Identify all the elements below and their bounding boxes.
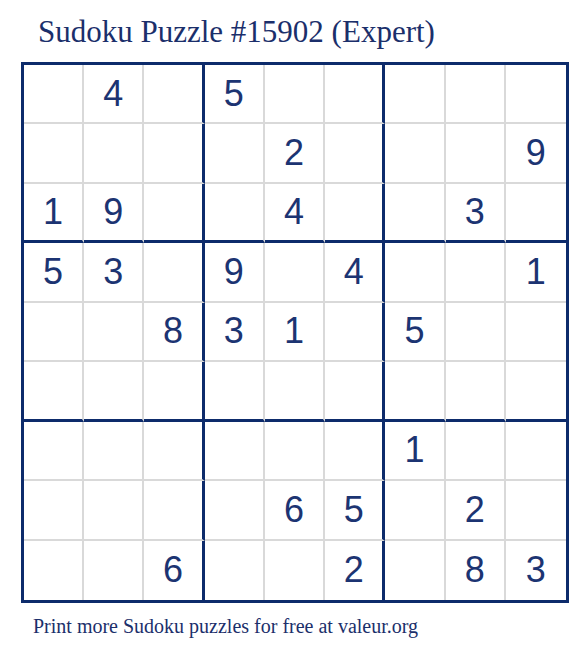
sudoku-cell-r5c9[interactable] xyxy=(506,303,566,362)
sudoku-cell-r7c8[interactable] xyxy=(446,422,506,481)
sudoku-cell-r2c3[interactable] xyxy=(144,124,204,183)
sudoku-cell-r8c4[interactable] xyxy=(205,481,265,540)
sudoku-cell-r9c6[interactable]: 2 xyxy=(325,541,385,600)
sudoku-cell-r7c9[interactable] xyxy=(506,422,566,481)
sudoku-cell-r2c5[interactable]: 2 xyxy=(265,124,325,183)
sudoku-cell-r9c1[interactable] xyxy=(24,541,84,600)
sudoku-cell-r3c1[interactable]: 1 xyxy=(24,184,84,243)
sudoku-cell-r2c1[interactable] xyxy=(24,124,84,183)
sudoku-cell-r4c8[interactable] xyxy=(446,243,506,302)
sudoku-grid: 4529194353941831516526283 xyxy=(21,62,569,603)
sudoku-cell-r8c5[interactable]: 6 xyxy=(265,481,325,540)
sudoku-cell-r6c9[interactable] xyxy=(506,362,566,421)
sudoku-cell-r4c4[interactable]: 9 xyxy=(205,243,265,302)
sudoku-cell-r4c2[interactable]: 3 xyxy=(84,243,144,302)
sudoku-cell-r5c5[interactable]: 1 xyxy=(265,303,325,362)
sudoku-cell-r6c5[interactable] xyxy=(265,362,325,421)
sudoku-cell-r3c8[interactable]: 3 xyxy=(446,184,506,243)
sudoku-cell-r6c6[interactable] xyxy=(325,362,385,421)
page-title: Sudoku Puzzle #15902 (Expert) xyxy=(38,14,435,50)
sudoku-cell-r7c1[interactable] xyxy=(24,422,84,481)
sudoku-cell-r1c4[interactable]: 5 xyxy=(205,65,265,124)
sudoku-cell-r9c8[interactable]: 8 xyxy=(446,541,506,600)
sudoku-cell-r9c9[interactable]: 3 xyxy=(506,541,566,600)
sudoku-cell-r6c7[interactable] xyxy=(385,362,445,421)
sudoku-cell-r5c1[interactable] xyxy=(24,303,84,362)
sudoku-cell-r2c6[interactable] xyxy=(325,124,385,183)
sudoku-cell-r4c6[interactable]: 4 xyxy=(325,243,385,302)
sudoku-cell-r8c1[interactable] xyxy=(24,481,84,540)
sudoku-cell-r8c3[interactable] xyxy=(144,481,204,540)
sudoku-cell-r4c9[interactable]: 1 xyxy=(506,243,566,302)
sudoku-cell-r8c8[interactable]: 2 xyxy=(446,481,506,540)
sudoku-cell-r3c2[interactable]: 9 xyxy=(84,184,144,243)
footer-note: Print more Sudoku puzzles for free at va… xyxy=(33,615,418,638)
sudoku-cell-r6c8[interactable] xyxy=(446,362,506,421)
sudoku-cell-r9c4[interactable] xyxy=(205,541,265,600)
sudoku-cell-r5c3[interactable]: 8 xyxy=(144,303,204,362)
sudoku-cell-r3c7[interactable] xyxy=(385,184,445,243)
sudoku-cell-r6c3[interactable] xyxy=(144,362,204,421)
sudoku-cell-r7c5[interactable] xyxy=(265,422,325,481)
sudoku-cell-r1c8[interactable] xyxy=(446,65,506,124)
sudoku-cell-r7c2[interactable] xyxy=(84,422,144,481)
sudoku-cell-r1c7[interactable] xyxy=(385,65,445,124)
sudoku-cell-r6c1[interactable] xyxy=(24,362,84,421)
sudoku-cell-r9c2[interactable] xyxy=(84,541,144,600)
sudoku-cell-r2c4[interactable] xyxy=(205,124,265,183)
sudoku-cell-r4c1[interactable]: 5 xyxy=(24,243,84,302)
sudoku-cell-r7c3[interactable] xyxy=(144,422,204,481)
sudoku-cell-r7c7[interactable]: 1 xyxy=(385,422,445,481)
sudoku-cell-r2c8[interactable] xyxy=(446,124,506,183)
sudoku-cell-r5c4[interactable]: 3 xyxy=(205,303,265,362)
sudoku-cell-r2c7[interactable] xyxy=(385,124,445,183)
sudoku-cell-r9c7[interactable] xyxy=(385,541,445,600)
sudoku-cell-r3c3[interactable] xyxy=(144,184,204,243)
sudoku-cell-r1c9[interactable] xyxy=(506,65,566,124)
sudoku-cell-r5c8[interactable] xyxy=(446,303,506,362)
sudoku-cell-r8c7[interactable] xyxy=(385,481,445,540)
sudoku-cell-r4c3[interactable] xyxy=(144,243,204,302)
sudoku-cell-r8c2[interactable] xyxy=(84,481,144,540)
sudoku-cell-r9c5[interactable] xyxy=(265,541,325,600)
sudoku-cell-r5c7[interactable]: 5 xyxy=(385,303,445,362)
sudoku-cell-r1c1[interactable] xyxy=(24,65,84,124)
sudoku-cell-r6c2[interactable] xyxy=(84,362,144,421)
sudoku-cell-r1c3[interactable] xyxy=(144,65,204,124)
sudoku-cell-r8c9[interactable] xyxy=(506,481,566,540)
sudoku-cell-r1c5[interactable] xyxy=(265,65,325,124)
sudoku-cell-r7c6[interactable] xyxy=(325,422,385,481)
sudoku-cell-r8c6[interactable]: 5 xyxy=(325,481,385,540)
sudoku-cell-r3c6[interactable] xyxy=(325,184,385,243)
sudoku-cell-r3c4[interactable] xyxy=(205,184,265,243)
sudoku-cell-r4c7[interactable] xyxy=(385,243,445,302)
sudoku-cell-r3c9[interactable] xyxy=(506,184,566,243)
sudoku-cell-r9c3[interactable]: 6 xyxy=(144,541,204,600)
sudoku-cell-r5c6[interactable] xyxy=(325,303,385,362)
sudoku-cell-r4c5[interactable] xyxy=(265,243,325,302)
sudoku-cell-r1c6[interactable] xyxy=(325,65,385,124)
sudoku-cell-r2c9[interactable]: 9 xyxy=(506,124,566,183)
sudoku-cell-r5c2[interactable] xyxy=(84,303,144,362)
sudoku-cell-r7c4[interactable] xyxy=(205,422,265,481)
sudoku-cell-r3c5[interactable]: 4 xyxy=(265,184,325,243)
sudoku-cell-r1c2[interactable]: 4 xyxy=(84,65,144,124)
sudoku-cell-r6c4[interactable] xyxy=(205,362,265,421)
sudoku-cell-r2c2[interactable] xyxy=(84,124,144,183)
